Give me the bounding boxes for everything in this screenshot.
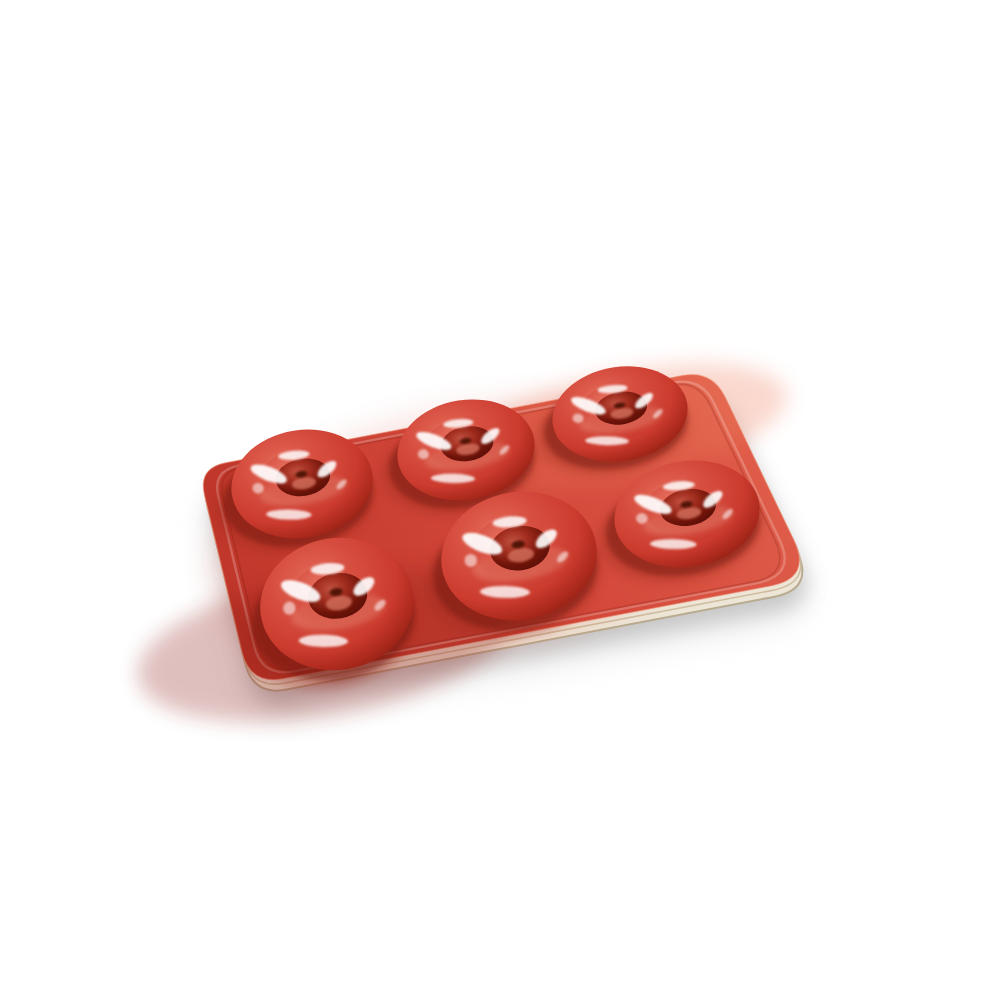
donut-pan-photo xyxy=(0,0,1000,1000)
product-photo xyxy=(0,0,1000,1000)
